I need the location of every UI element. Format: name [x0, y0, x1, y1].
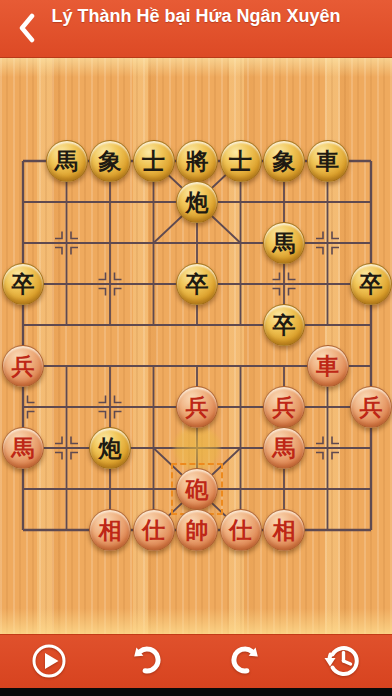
piece-red-soldier[interactable]: 兵 — [263, 386, 305, 428]
piece-glyph: 兵 — [273, 396, 296, 419]
piece-glyph: 仕 — [229, 519, 252, 542]
piece-red-soldier[interactable]: 兵 — [350, 386, 392, 428]
xiangqi-board[interactable]: 馬象士將士象車炮馬卒卒卒卒炮兵車兵兵兵馬馬砲相仕帥仕相 — [1, 141, 392, 551]
piece-glyph: 將 — [186, 150, 209, 173]
piece-red-soldier[interactable]: 兵 — [176, 386, 218, 428]
undo-icon — [126, 641, 168, 684]
piece-glyph: 炮 — [186, 191, 209, 214]
piece-glyph: 帥 — [186, 519, 209, 542]
piece-red-general[interactable]: 帥 — [176, 509, 218, 551]
piece-glyph: 相 — [99, 519, 122, 542]
piece-glyph: 象 — [273, 150, 296, 173]
piece-glyph: 相 — [273, 519, 296, 542]
piece-black-soldier[interactable]: 卒 — [350, 263, 392, 305]
chevron-left-icon — [18, 13, 36, 46]
piece-glyph: 士 — [229, 150, 252, 173]
piece-glyph: 兵 — [186, 396, 209, 419]
piece-glyph: 馬 — [55, 150, 78, 173]
piece-black-elephant[interactable]: 象 — [89, 140, 131, 182]
piece-red-soldier[interactable]: 兵 — [2, 345, 44, 387]
piece-glyph: 兵 — [360, 396, 383, 419]
header: Lý Thành Hề bại Hứa Ngân Xuyên — [0, 0, 392, 58]
piece-black-advisor[interactable]: 士 — [220, 140, 262, 182]
page-title: Lý Thành Hề bại Hứa Ngân Xuyên — [42, 4, 350, 29]
piece-glyph: 兵 — [12, 355, 35, 378]
piece-black-soldier[interactable]: 卒 — [176, 263, 218, 305]
piece-glyph: 卒 — [12, 273, 35, 296]
toolbar — [0, 634, 392, 689]
piece-black-soldier[interactable]: 卒 — [2, 263, 44, 305]
piece-glyph: 士 — [142, 150, 165, 173]
undo-button[interactable] — [117, 640, 177, 684]
app-screen: 馬象士將士象車炮馬卒卒卒卒炮兵車兵兵兵馬馬砲相仕帥仕相 Lý Thành Hề … — [0, 0, 392, 696]
piece-red-chariot[interactable]: 車 — [307, 345, 349, 387]
piece-black-cannon[interactable]: 炮 — [89, 427, 131, 469]
piece-glyph: 象 — [99, 150, 122, 173]
piece-red-cannon[interactable]: 砲 — [176, 468, 218, 510]
piece-black-general[interactable]: 將 — [176, 140, 218, 182]
bottom-letterbox — [0, 688, 392, 696]
piece-black-soldier[interactable]: 卒 — [263, 304, 305, 346]
back-button[interactable] — [8, 12, 46, 46]
history-button[interactable] — [313, 640, 373, 684]
piece-red-elephant[interactable]: 相 — [89, 509, 131, 551]
history-clock-icon — [321, 641, 365, 684]
redo-button[interactable] — [215, 640, 275, 684]
piece-glyph: 卒 — [360, 273, 383, 296]
piece-glyph: 馬 — [273, 232, 296, 255]
piece-glyph: 馬 — [273, 437, 296, 460]
piece-red-elephant[interactable]: 相 — [263, 509, 305, 551]
piece-red-advisor[interactable]: 仕 — [133, 509, 175, 551]
play-button[interactable] — [19, 640, 79, 684]
piece-black-horse[interactable]: 馬 — [46, 140, 88, 182]
piece-glyph: 車 — [316, 150, 339, 173]
piece-glyph: 車 — [316, 355, 339, 378]
piece-black-horse[interactable]: 馬 — [263, 222, 305, 264]
redo-icon — [224, 641, 266, 684]
piece-black-advisor[interactable]: 士 — [133, 140, 175, 182]
piece-glyph: 卒 — [186, 273, 209, 296]
piece-red-horse[interactable]: 馬 — [2, 427, 44, 469]
piece-glyph: 卒 — [273, 314, 296, 337]
play-icon — [29, 641, 69, 684]
piece-black-elephant[interactable]: 象 — [263, 140, 305, 182]
piece-glyph: 炮 — [99, 437, 122, 460]
piece-red-horse[interactable]: 馬 — [263, 427, 305, 469]
piece-glyph: 仕 — [142, 519, 165, 542]
piece-red-advisor[interactable]: 仕 — [220, 509, 262, 551]
piece-glyph: 馬 — [12, 437, 35, 460]
piece-black-cannon[interactable]: 炮 — [176, 181, 218, 223]
piece-black-chariot[interactable]: 車 — [307, 140, 349, 182]
piece-glyph: 砲 — [186, 478, 209, 501]
